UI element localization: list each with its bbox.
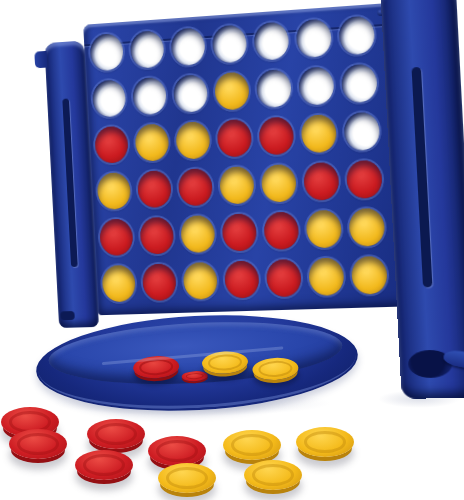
photo-canvas (0, 0, 464, 500)
red-disc-loose[interactable] (9, 429, 67, 459)
red-disc-loose[interactable] (87, 419, 145, 449)
yellow-disc-loose[interactable] (296, 427, 354, 457)
yellow-disc-loose[interactable] (158, 463, 216, 493)
red-disc-loose[interactable] (75, 450, 133, 480)
loose-discs-area (0, 0, 464, 500)
yellow-disc-loose[interactable] (223, 430, 281, 460)
yellow-disc-loose[interactable] (244, 460, 302, 490)
red-disc-loose[interactable] (148, 436, 206, 466)
